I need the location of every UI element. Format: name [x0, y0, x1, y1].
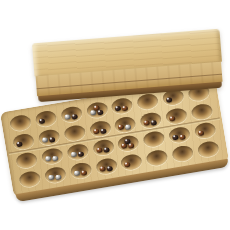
marble-white [42, 137, 49, 143]
pit-r3c5[interactable] [117, 134, 140, 152]
pit-cell [143, 146, 172, 169]
marble-dark [150, 120, 157, 126]
marble-dark [166, 97, 173, 103]
marble-amber [124, 162, 131, 168]
marble-white [73, 170, 80, 176]
marble-dark [77, 151, 84, 157]
pit-r1c5[interactable] [111, 97, 134, 115]
marble-dark [172, 135, 179, 141]
marble-amber [81, 170, 88, 176]
pit-r4c4[interactable] [95, 157, 118, 175]
pit-cell [16, 168, 45, 191]
pit-cell [92, 155, 121, 178]
marble-amber [128, 143, 135, 149]
pit-r4c2[interactable] [44, 166, 67, 184]
pit-r3c6[interactable] [142, 130, 165, 148]
pit-cell [168, 142, 197, 165]
marble-amber [197, 130, 204, 136]
marble-dark [39, 118, 46, 124]
marble-white [64, 114, 71, 120]
marble-dark [97, 110, 104, 116]
marble-amber [143, 120, 150, 126]
marble-dark [16, 141, 23, 147]
pit-r4c1[interactable] [19, 170, 42, 188]
marble-white [52, 156, 59, 162]
marble-white [45, 156, 52, 162]
marble-amber [93, 129, 100, 135]
marble-dark [49, 137, 56, 143]
marble-white [55, 174, 62, 180]
pit-r4c8[interactable] [196, 140, 219, 158]
marble-dark [103, 147, 110, 153]
pit-r1c4[interactable] [85, 101, 108, 119]
marble-amber [99, 166, 106, 172]
pit-r4c6[interactable] [146, 149, 169, 167]
marble-dark [115, 106, 122, 112]
pit-r3c7[interactable] [168, 126, 191, 144]
pit-r3c1[interactable] [15, 151, 38, 169]
pit-r1c1[interactable] [9, 114, 32, 132]
pit-r4c5[interactable] [120, 153, 143, 171]
pit-r4c3[interactable] [69, 161, 92, 179]
marble-amber [169, 116, 176, 122]
marble-dark [100, 128, 107, 134]
pit-r1c2[interactable] [35, 109, 58, 127]
pit-cell [117, 151, 146, 174]
pit-r3c4[interactable] [92, 138, 115, 156]
pit-r3c2[interactable] [41, 147, 64, 165]
pit-r1c6[interactable] [136, 92, 159, 110]
pit-r1c3[interactable] [60, 105, 83, 123]
pit-cell [41, 163, 70, 186]
marble-amber [122, 105, 129, 111]
marble-amber [179, 134, 186, 140]
marble-amber [96, 147, 103, 153]
product-photo [0, 0, 230, 230]
pit-cell [194, 138, 223, 161]
marble-white [70, 152, 77, 158]
marble-dark [71, 114, 78, 120]
marble-white [48, 175, 55, 181]
pit-r4c7[interactable] [171, 144, 194, 162]
pit-cell [67, 159, 96, 182]
marble-amber [118, 124, 125, 130]
marble-dark [106, 166, 113, 172]
marble-white [125, 124, 132, 130]
pit-r3c3[interactable] [66, 143, 89, 161]
pit-r3c8[interactable] [193, 121, 216, 139]
